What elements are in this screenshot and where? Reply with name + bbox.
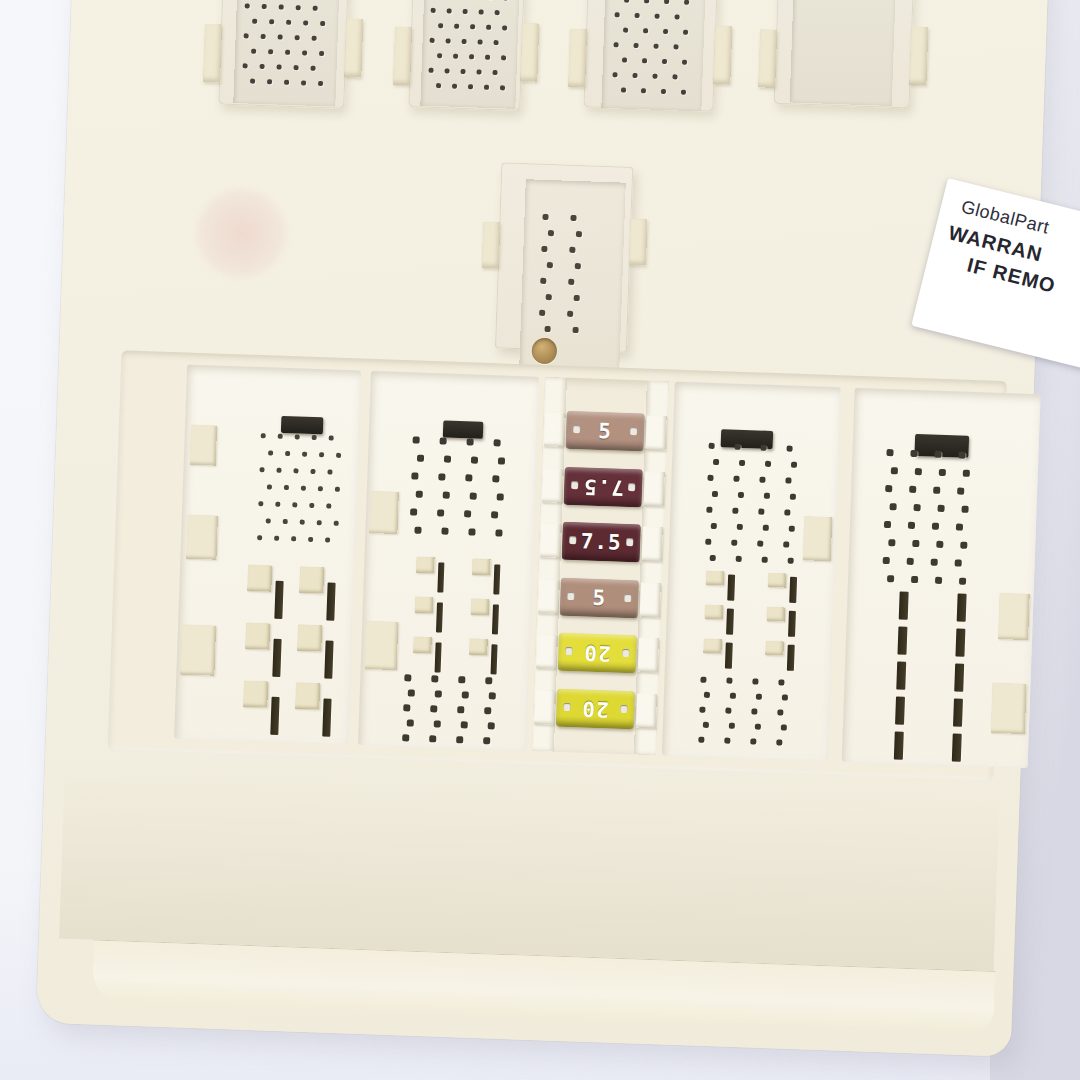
terminal-slot — [294, 564, 348, 624]
connector-pin — [410, 508, 417, 515]
connector-pin — [336, 453, 341, 458]
connector-pin — [491, 511, 498, 518]
comb-tooth — [540, 523, 561, 558]
connector-pin — [675, 14, 680, 19]
connector-pin — [700, 677, 706, 683]
connector-pin — [411, 472, 418, 479]
connector-pin — [440, 437, 447, 444]
terminal-slot — [948, 659, 1007, 696]
connector-pin — [672, 74, 677, 79]
comb-tooth — [642, 527, 663, 562]
connector-pin — [462, 691, 469, 698]
connector-pin — [319, 51, 324, 56]
connector-pin — [885, 485, 892, 492]
top-connector-2 — [408, 0, 526, 111]
connector-pin — [739, 460, 745, 466]
connector-pin — [652, 74, 657, 79]
slot-opening — [897, 627, 907, 655]
connector-pin — [684, 0, 689, 5]
connector-pin — [778, 679, 784, 685]
slot-opening — [272, 639, 281, 677]
fuse-amp-rating: 20 — [583, 641, 611, 666]
connector-pin — [285, 451, 290, 456]
connector-pin — [498, 457, 505, 464]
connector-pin — [441, 528, 448, 535]
slot-opening — [322, 698, 331, 736]
connector-pin — [269, 19, 274, 24]
connector-pin — [484, 85, 489, 90]
connector-pin — [485, 677, 492, 684]
pin-field — [250, 429, 360, 563]
connector-pin — [267, 484, 272, 489]
connector-pin — [909, 486, 916, 493]
slot-opening — [788, 611, 796, 637]
terminal-slot — [467, 556, 524, 598]
pin-field — [233, 0, 340, 107]
connector-pin — [644, 0, 649, 3]
fuse-slot: 20 — [540, 629, 655, 677]
connector-pin — [414, 527, 421, 534]
mini-fuse-5a: 5 — [565, 411, 644, 452]
connector-pin — [622, 58, 627, 63]
pin-field — [601, 0, 705, 111]
connector-pin — [542, 214, 548, 220]
connector-pin — [738, 492, 744, 498]
ink-stamp-mark — [192, 186, 290, 281]
terminal-slot — [889, 692, 948, 729]
connector-pin — [548, 230, 554, 236]
pin-field — [698, 439, 827, 575]
terminal-slot — [242, 563, 296, 623]
fuse-terminal-window — [565, 647, 572, 655]
connector-pin — [782, 694, 788, 700]
mini-fuse-20a: 20 — [556, 688, 635, 729]
connector-pin — [243, 63, 248, 68]
slot-tab — [299, 567, 324, 594]
connector-pin — [756, 694, 762, 700]
terminal-slot — [292, 622, 346, 682]
connector-pin — [704, 692, 710, 698]
fuse-terminal-window — [569, 536, 576, 544]
connector-pin — [447, 8, 452, 13]
connector-pin — [492, 475, 499, 482]
slot-opening — [896, 661, 906, 689]
connector-pin — [274, 536, 279, 541]
slot-opening — [726, 609, 734, 635]
connector-pin — [501, 55, 506, 60]
top-connector-3 — [583, 0, 719, 112]
connector-pin — [633, 43, 638, 48]
connector-pin — [961, 506, 968, 513]
fuse-slot: 5 — [547, 407, 662, 455]
connector-pin — [681, 90, 686, 95]
connector-pin — [762, 557, 768, 563]
comb-tooth — [544, 412, 565, 447]
slot-opening — [954, 664, 964, 692]
connector-pin — [783, 541, 789, 547]
connector-pin — [576, 231, 582, 237]
fuse-terminal-window — [571, 481, 578, 489]
connector-pin — [309, 503, 314, 508]
connector-tab — [520, 23, 539, 82]
connector-pin — [709, 443, 715, 449]
connector-pin — [729, 723, 735, 729]
connector-pin — [911, 576, 918, 583]
connector-pin — [664, 0, 669, 4]
slot-opening — [894, 731, 904, 759]
connector-pin — [303, 20, 308, 25]
terminal-slot — [947, 694, 1006, 731]
connector-pin — [615, 12, 620, 17]
connector-pin — [278, 34, 283, 39]
connector-pin — [915, 468, 922, 475]
connector-pin — [931, 559, 938, 566]
connector-pin — [713, 459, 719, 465]
connector-pin — [545, 326, 551, 332]
pin-field — [692, 674, 819, 758]
connector-pin — [283, 519, 288, 524]
connector-pin — [318, 486, 323, 491]
slot-tab — [416, 557, 435, 574]
connector-pin — [454, 24, 459, 29]
connector-pin — [257, 535, 262, 540]
connector-tab — [482, 222, 501, 269]
slot-tab — [765, 641, 783, 656]
bay-tab — [190, 425, 217, 466]
connector-tab — [344, 19, 363, 78]
connector-pin — [785, 477, 791, 483]
connector-pin — [884, 521, 891, 528]
connector-pin — [334, 521, 339, 526]
connector-pin — [682, 60, 687, 65]
slot-tab — [245, 623, 270, 650]
connector-pin — [407, 719, 414, 726]
connector-pin — [260, 64, 265, 69]
terminal-slot — [466, 596, 523, 638]
comb-tooth — [638, 637, 659, 672]
fuse-slot: 7.5 — [545, 463, 660, 511]
connector-pin — [431, 8, 436, 13]
connector-pin — [335, 487, 340, 492]
terminal-slot — [891, 622, 950, 659]
connector-pin — [456, 736, 463, 743]
pin-row — [544, 326, 621, 345]
connector-pin — [908, 522, 915, 529]
fuse-terminal-window — [620, 704, 627, 712]
pin-field — [401, 432, 529, 558]
connector-tab — [629, 219, 648, 266]
pin-field — [394, 672, 521, 750]
connector-pin — [641, 88, 646, 93]
connector-pin — [759, 477, 765, 483]
connector-bay-4 — [662, 382, 841, 762]
pin-row — [250, 79, 336, 97]
connector-pin — [452, 84, 457, 89]
slot-opening — [270, 697, 279, 735]
connector-pin — [730, 693, 736, 699]
connector-pin — [295, 35, 300, 40]
connector-pin — [300, 520, 305, 525]
connector-pin — [661, 89, 666, 94]
terminal-slot — [238, 679, 292, 739]
connector-pin — [567, 311, 573, 317]
terminal-slots — [888, 587, 1024, 766]
connector-pin — [483, 737, 490, 744]
connector-pin — [460, 69, 465, 74]
connector-pin — [250, 79, 255, 84]
connector-pin — [547, 262, 553, 268]
slot-tab — [471, 599, 490, 616]
connector-pin — [275, 502, 280, 507]
mini-fuse-20a: 20 — [558, 633, 637, 674]
connector-pin — [958, 451, 965, 458]
terminal-slot — [290, 680, 344, 740]
mini-fuse-5a: 5 — [560, 577, 639, 618]
connector-pin — [612, 72, 617, 77]
connector-pin — [489, 692, 496, 699]
connector-pin — [402, 734, 409, 741]
connector-pin — [485, 55, 490, 60]
connector-pin — [301, 80, 306, 85]
connector-pin — [763, 525, 769, 531]
connector-pin — [471, 456, 478, 463]
terminal-slot — [888, 727, 947, 764]
connector-pin — [430, 38, 435, 43]
connector-pin — [463, 9, 468, 14]
connector-pin — [955, 559, 962, 566]
terminal-slot — [763, 571, 826, 607]
connector-pin — [890, 503, 897, 510]
terminal-slot — [701, 569, 764, 605]
connector-pin — [791, 462, 797, 468]
connector-pin — [655, 14, 660, 19]
connector-pin — [705, 539, 711, 545]
connector-pin — [488, 722, 495, 729]
connector-pin — [295, 434, 300, 439]
connector-pin — [937, 505, 944, 512]
connector-pin — [268, 49, 273, 54]
connector-pin — [710, 555, 716, 561]
connector-pin — [308, 537, 313, 542]
connector-pin — [959, 578, 966, 585]
connector-pin — [301, 486, 306, 491]
connector-pin — [575, 263, 581, 269]
connector-pin — [642, 58, 647, 63]
connector-pin — [245, 3, 250, 8]
terminal-slot — [949, 624, 1008, 661]
connector-pin — [643, 28, 648, 33]
connector-pin — [403, 704, 410, 711]
connector-pin — [725, 708, 731, 714]
fuse-terminal-window — [563, 702, 570, 710]
connector-pin — [539, 310, 545, 316]
connector-pin — [279, 5, 284, 10]
connector-bay-1 — [174, 365, 361, 745]
connector-pin — [883, 557, 890, 564]
connector-pin — [623, 28, 628, 33]
connector-pin — [284, 80, 289, 85]
connector-pin — [653, 44, 658, 49]
connector-pin — [786, 445, 792, 451]
connector-pin — [261, 34, 266, 39]
bay-tab — [369, 491, 398, 534]
connector-pin — [907, 558, 914, 565]
connector-pin — [726, 678, 732, 684]
connector-pin — [431, 675, 438, 682]
slot-opening — [274, 581, 283, 619]
connector-pin — [574, 295, 580, 301]
slot-tab — [768, 573, 786, 588]
connector-pin — [540, 278, 546, 284]
pin-row — [436, 83, 516, 101]
slot-opening — [437, 562, 444, 592]
blank-connector-face — [790, 0, 896, 106]
connector-pin — [712, 491, 718, 497]
slot-tab — [295, 683, 320, 710]
slot-tab — [415, 597, 434, 614]
connector-pin — [317, 520, 322, 525]
connector-pin — [887, 575, 894, 582]
fuse-slot: 5 — [542, 574, 657, 622]
connector-pin — [731, 540, 737, 546]
connector-pin — [277, 64, 282, 69]
comb-tooth — [636, 693, 657, 728]
connector-pin — [963, 470, 970, 477]
comb-tooth — [534, 689, 555, 724]
connector-pin — [493, 40, 498, 45]
slot-opening — [725, 642, 733, 668]
connector-pin — [430, 705, 437, 712]
slot-opening — [436, 602, 443, 632]
connector-pin — [788, 558, 794, 564]
pin-field — [876, 445, 1017, 594]
connector-pin — [886, 449, 893, 456]
connector-pin — [262, 4, 267, 9]
connector-pin — [313, 6, 318, 11]
connector-pin — [478, 39, 483, 44]
terminal-slots — [408, 555, 532, 679]
slot-opening — [492, 604, 499, 634]
fuse-stack: 57.57.552020 — [537, 377, 664, 755]
connector-pin — [408, 689, 415, 696]
connector-pin — [461, 721, 468, 728]
connector-pin — [939, 469, 946, 476]
connector-pin — [957, 487, 964, 494]
bay-tab — [365, 621, 399, 670]
fuse-amp-rating: 5 — [598, 419, 612, 443]
connector-pin — [268, 450, 273, 455]
slot-opening — [895, 696, 905, 724]
mini-fuse-7.5a: 7.5 — [564, 466, 643, 507]
connector-pin — [624, 0, 629, 3]
connector-pin — [662, 59, 667, 64]
pin-row — [257, 535, 358, 555]
terminal-slot — [411, 555, 468, 597]
terminal-slot — [240, 621, 294, 681]
connector-pin — [776, 739, 782, 745]
slot-opening — [326, 583, 335, 621]
fuse-box-photo: 57.57.552020 GlobalPart W — [0, 0, 1080, 1080]
connector-pin — [470, 492, 477, 499]
connector-pin — [706, 507, 712, 513]
connector-pin — [711, 523, 717, 529]
slot-tab — [767, 607, 785, 622]
connector-pin — [758, 509, 764, 515]
connector-tab — [568, 29, 587, 88]
connector-pin — [266, 518, 271, 523]
connector-pin — [444, 456, 451, 463]
connector-pin — [318, 81, 323, 86]
connector-pin — [293, 468, 298, 473]
connector-pin — [613, 42, 618, 47]
connector-pin — [755, 724, 761, 730]
connector-pin — [252, 19, 257, 24]
slot-tab — [469, 639, 488, 656]
connector-pin — [258, 501, 263, 506]
connector-pin — [752, 678, 758, 684]
connector-bay-5 — [842, 388, 1041, 768]
connector-pin — [438, 473, 445, 480]
connector-pin — [284, 485, 289, 490]
connector-pin — [437, 509, 444, 516]
connector-pin — [934, 451, 941, 458]
connector-pin — [267, 79, 272, 84]
slot-opening — [787, 645, 795, 671]
connector-pin — [468, 528, 475, 535]
connector-pin — [764, 493, 770, 499]
connector-pin — [291, 536, 296, 541]
terminal-slot — [761, 639, 824, 675]
connector-pin — [757, 541, 763, 547]
connector-tab — [909, 27, 928, 86]
fuse-terminal-window — [626, 538, 633, 546]
connector-pin — [285, 50, 290, 55]
comb-tooth — [644, 471, 665, 506]
terminal-slot — [893, 587, 952, 624]
connector-pin — [434, 720, 441, 727]
connector-pin — [663, 29, 668, 34]
fuse-slot: 7.5 — [543, 518, 658, 566]
connector-pin — [278, 434, 283, 439]
connector-pin — [294, 65, 299, 70]
connector-bay-2 — [358, 371, 539, 751]
top-connector-4 — [774, 0, 915, 109]
connector-pin — [502, 25, 507, 30]
slot-tab — [297, 625, 322, 652]
connector-pin — [444, 68, 449, 73]
fuse-terminal-window — [567, 591, 574, 599]
comb-tooth — [640, 582, 661, 617]
slot-tab — [243, 681, 268, 708]
connector-pin — [888, 539, 895, 546]
connector-pin — [470, 24, 475, 29]
connector-pin — [465, 474, 472, 481]
connector-pin — [438, 23, 443, 28]
slot-opening — [324, 641, 333, 679]
connector-pin — [446, 38, 451, 43]
pin-row — [414, 527, 526, 549]
slot-tab — [413, 637, 432, 654]
connector-pin — [312, 435, 317, 440]
connector-pin — [913, 504, 920, 511]
connector-pin — [417, 455, 424, 462]
pin-field — [420, 0, 520, 109]
connector-tab — [713, 26, 732, 85]
connector-pin — [429, 735, 436, 742]
connector-pin — [310, 469, 315, 474]
fuse-terminal-window — [624, 593, 631, 601]
connector-pin — [495, 529, 502, 536]
